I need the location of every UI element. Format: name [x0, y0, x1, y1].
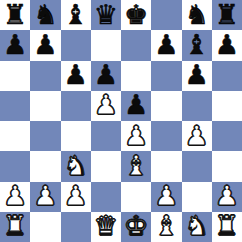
piece-white-pawn[interactable]: ♟	[215, 182, 239, 209]
piece-white-pawn[interactable]: ♟	[124, 122, 148, 149]
square-e4[interactable]: ♟	[121, 121, 151, 151]
piece-black-pawn[interactable]: ♟	[33, 31, 57, 58]
square-g6[interactable]: ♟	[182, 61, 212, 91]
square-d8[interactable]: ♛	[91, 0, 121, 30]
square-a4[interactable]	[0, 121, 30, 151]
square-d1[interactable]: ♛	[91, 212, 121, 242]
piece-black-bishop[interactable]: ♝	[185, 31, 209, 58]
square-c2[interactable]: ♟	[61, 182, 91, 212]
square-h8[interactable]: ♜	[212, 0, 242, 30]
piece-black-pawn[interactable]: ♟	[3, 31, 27, 58]
square-f8[interactable]	[151, 0, 181, 30]
square-e7[interactable]	[121, 30, 151, 60]
square-f4[interactable]	[151, 121, 181, 151]
square-g2[interactable]	[182, 182, 212, 212]
square-b2[interactable]: ♟	[30, 182, 60, 212]
square-b3[interactable]	[30, 151, 60, 181]
piece-white-queen[interactable]: ♛	[94, 212, 118, 239]
square-b1[interactable]	[30, 212, 60, 242]
piece-white-king[interactable]: ♚	[124, 212, 148, 239]
square-c4[interactable]	[61, 121, 91, 151]
piece-white-rook[interactable]: ♜	[215, 212, 239, 239]
piece-black-knight[interactable]: ♞	[185, 1, 209, 28]
square-b6[interactable]	[30, 61, 60, 91]
square-e2[interactable]	[121, 182, 151, 212]
piece-black-king[interactable]: ♚	[124, 1, 148, 28]
square-b8[interactable]: ♞	[30, 0, 60, 30]
piece-black-rook[interactable]: ♜	[3, 1, 27, 28]
piece-white-rook[interactable]: ♜	[3, 212, 27, 239]
square-a1[interactable]: ♜	[0, 212, 30, 242]
square-h3[interactable]	[212, 151, 242, 181]
square-f2[interactable]: ♟	[151, 182, 181, 212]
square-e6[interactable]	[121, 61, 151, 91]
square-h2[interactable]: ♟	[212, 182, 242, 212]
square-e3[interactable]: ♝	[121, 151, 151, 181]
square-g7[interactable]: ♝	[182, 30, 212, 60]
square-b4[interactable]	[30, 121, 60, 151]
square-g5[interactable]	[182, 91, 212, 121]
piece-black-queen[interactable]: ♛	[94, 1, 118, 28]
piece-white-knight[interactable]: ♞	[185, 212, 209, 239]
square-a6[interactable]	[0, 61, 30, 91]
piece-black-pawn[interactable]: ♟	[185, 61, 209, 88]
piece-black-knight[interactable]: ♞	[33, 1, 57, 28]
square-h1[interactable]: ♜	[212, 212, 242, 242]
square-c5[interactable]	[61, 91, 91, 121]
square-h5[interactable]	[212, 91, 242, 121]
square-a8[interactable]: ♜	[0, 0, 30, 30]
piece-black-rook[interactable]: ♜	[215, 1, 239, 28]
square-b7[interactable]: ♟	[30, 30, 60, 60]
piece-black-bishop[interactable]: ♝	[64, 1, 88, 28]
square-f1[interactable]: ♝	[151, 212, 181, 242]
square-a7[interactable]: ♟	[0, 30, 30, 60]
square-d5[interactable]: ♟	[91, 91, 121, 121]
chess-board: ♜♞♝♛♚♞♜♟♟♟♝♟♟♟♟♟♟♟♟♞♝♟♟♟♟♟♜♛♚♝♞♜	[0, 0, 242, 242]
square-g3[interactable]	[182, 151, 212, 181]
square-f3[interactable]	[151, 151, 181, 181]
piece-white-bishop[interactable]: ♝	[154, 212, 178, 239]
square-d7[interactable]	[91, 30, 121, 60]
square-f5[interactable]	[151, 91, 181, 121]
square-g4[interactable]: ♟	[182, 121, 212, 151]
piece-white-pawn[interactable]: ♟	[185, 122, 209, 149]
square-c3[interactable]: ♞	[61, 151, 91, 181]
square-g1[interactable]: ♞	[182, 212, 212, 242]
square-a2[interactable]: ♟	[0, 182, 30, 212]
piece-black-pawn[interactable]: ♟	[94, 61, 118, 88]
square-e5[interactable]: ♟	[121, 91, 151, 121]
piece-white-pawn[interactable]: ♟	[33, 182, 57, 209]
piece-black-pawn[interactable]: ♟	[215, 31, 239, 58]
square-d3[interactable]	[91, 151, 121, 181]
square-f7[interactable]: ♟	[151, 30, 181, 60]
square-h7[interactable]: ♟	[212, 30, 242, 60]
square-a5[interactable]	[0, 91, 30, 121]
square-g8[interactable]: ♞	[182, 0, 212, 30]
square-e8[interactable]: ♚	[121, 0, 151, 30]
piece-white-pawn[interactable]: ♟	[154, 182, 178, 209]
square-d2[interactable]	[91, 182, 121, 212]
piece-white-bishop[interactable]: ♝	[124, 152, 148, 179]
piece-black-pawn[interactable]: ♟	[154, 31, 178, 58]
square-c7[interactable]	[61, 30, 91, 60]
square-b5[interactable]	[30, 91, 60, 121]
square-e1[interactable]: ♚	[121, 212, 151, 242]
square-c8[interactable]: ♝	[61, 0, 91, 30]
piece-white-pawn[interactable]: ♟	[3, 182, 27, 209]
square-d4[interactable]	[91, 121, 121, 151]
square-c6[interactable]: ♟	[61, 61, 91, 91]
piece-black-pawn[interactable]: ♟	[64, 61, 88, 88]
square-f6[interactable]	[151, 61, 181, 91]
piece-white-knight[interactable]: ♞	[64, 152, 88, 179]
piece-black-pawn[interactable]: ♟	[124, 91, 148, 118]
square-a3[interactable]	[0, 151, 30, 181]
square-h6[interactable]	[212, 61, 242, 91]
square-c1[interactable]	[61, 212, 91, 242]
piece-white-pawn[interactable]: ♟	[64, 182, 88, 209]
square-h4[interactable]	[212, 121, 242, 151]
square-d6[interactable]: ♟	[91, 61, 121, 91]
piece-white-pawn[interactable]: ♟	[94, 91, 118, 118]
